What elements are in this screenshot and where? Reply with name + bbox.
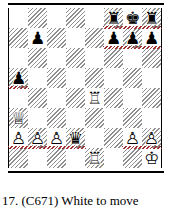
square-h5	[142, 68, 161, 88]
piece-black-pawn: ♟♟	[142, 28, 161, 48]
square-c7	[47, 28, 66, 48]
square-g8: ♚♚	[123, 8, 142, 28]
square-f4	[104, 88, 123, 108]
square-c6	[47, 48, 66, 68]
square-c2: ♟♙	[47, 128, 66, 148]
piece-glyph: ♙	[30, 128, 45, 148]
piece-black-queen: ♛♛	[66, 128, 85, 148]
diagram-caption: 17. (C671) White to move	[2, 193, 139, 209]
square-f7: ♟♟	[104, 28, 123, 48]
square-a3: ♛♕	[9, 108, 28, 128]
piece-white-pawn: ♟♙	[142, 128, 161, 148]
piece-black-pawn: ♟♟	[123, 28, 142, 48]
square-h4	[142, 88, 161, 108]
square-h2: ♟♙	[142, 128, 161, 148]
square-e6	[85, 48, 104, 68]
square-b6	[28, 48, 47, 68]
square-a2: ♟♙	[9, 128, 28, 148]
square-e8	[85, 8, 104, 28]
square-h6	[142, 48, 161, 68]
piece-black-king: ♚♚	[123, 8, 142, 28]
piece-white-queen: ♛♕	[9, 108, 28, 128]
piece-white-pawn: ♟♙	[28, 128, 47, 148]
piece-black-pawn: ♟♟	[104, 28, 123, 48]
square-h1: ♚♔	[142, 148, 161, 168]
square-a4	[9, 88, 28, 108]
square-e5	[85, 68, 104, 88]
piece-glyph: ♜	[144, 8, 159, 28]
piece-black-pawn: ♟♟	[9, 68, 28, 88]
square-f6	[104, 48, 123, 68]
piece-glyph: ♙	[49, 128, 64, 148]
piece-glyph: ♖	[87, 148, 102, 168]
piece-white-rook: ♜♖	[85, 148, 104, 168]
square-c3	[47, 108, 66, 128]
piece-glyph: ♙	[125, 128, 140, 148]
piece-glyph: ♟	[11, 68, 26, 88]
piece-white-rook: ♜♖	[85, 88, 104, 108]
piece-glyph: ♙	[144, 128, 159, 148]
square-a5: ♟♟	[9, 68, 28, 88]
piece-glyph: ♕	[11, 108, 26, 128]
square-g5	[123, 68, 142, 88]
square-g6	[123, 48, 142, 68]
square-d7	[66, 28, 85, 48]
square-e2	[85, 128, 104, 148]
square-h8: ♜♜	[142, 8, 161, 28]
piece-glyph: ♖	[87, 88, 102, 108]
square-e4: ♜♖	[85, 88, 104, 108]
square-g1	[123, 148, 142, 168]
square-c1	[47, 148, 66, 168]
square-f8: ♜♜	[104, 8, 123, 28]
piece-glyph: ♟	[144, 28, 159, 48]
piece-glyph: ♟	[125, 28, 140, 48]
square-b3	[28, 108, 47, 128]
square-d4	[66, 88, 85, 108]
board-top-border	[8, 3, 164, 5]
square-d8	[66, 8, 85, 28]
piece-white-king: ♚♔	[142, 148, 161, 168]
piece-white-pawn: ♟♙	[47, 128, 66, 148]
square-c5	[47, 68, 66, 88]
square-d5	[66, 68, 85, 88]
square-g7: ♟♟	[123, 28, 142, 48]
piece-glyph: ♙	[11, 128, 26, 148]
square-a7	[9, 28, 28, 48]
square-a8	[9, 8, 28, 28]
piece-white-pawn: ♟♙	[123, 128, 142, 148]
square-f5	[104, 68, 123, 88]
square-b5	[28, 68, 47, 88]
piece-glyph: ♛	[68, 128, 83, 148]
square-b4	[28, 88, 47, 108]
chess-puzzle-diagram: ♜♜♚♚♜♜♟♟♟♟♟♟♟♟♟♟♜♖♛♕♟♙♟♙♟♙♛♛♟♙♟♙♜♖♚♔ 17.…	[0, 0, 169, 214]
square-b8	[28, 8, 47, 28]
square-g2: ♟♙	[123, 128, 142, 148]
square-b7: ♟♟	[28, 28, 47, 48]
square-f3	[104, 108, 123, 128]
square-f2	[104, 128, 123, 148]
chess-board: ♜♜♚♚♜♜♟♟♟♟♟♟♟♟♟♟♜♖♛♕♟♙♟♙♟♙♛♛♟♙♟♙♜♖♚♔	[8, 8, 162, 168]
piece-black-rook: ♜♜	[142, 8, 161, 28]
square-d3	[66, 108, 85, 128]
square-b2: ♟♙	[28, 128, 47, 148]
square-e1: ♜♖	[85, 148, 104, 168]
square-g3	[123, 108, 142, 128]
square-d6	[66, 48, 85, 68]
piece-glyph: ♟	[106, 28, 121, 48]
board-bottom-border	[8, 171, 164, 173]
piece-black-pawn: ♟♟	[28, 28, 47, 48]
piece-glyph: ♚	[125, 8, 140, 28]
square-f1	[104, 148, 123, 168]
square-e3	[85, 108, 104, 128]
square-a6	[9, 48, 28, 68]
square-d1	[66, 148, 85, 168]
piece-glyph: ♜	[106, 8, 121, 28]
piece-black-rook: ♜♜	[104, 8, 123, 28]
square-a1	[9, 148, 28, 168]
piece-glyph: ♔	[144, 148, 159, 168]
square-c4	[47, 88, 66, 108]
piece-white-pawn: ♟♙	[9, 128, 28, 148]
square-h3	[142, 108, 161, 128]
square-h7: ♟♟	[142, 28, 161, 48]
square-e7	[85, 28, 104, 48]
piece-glyph: ♟	[30, 28, 45, 48]
square-d2: ♛♛	[66, 128, 85, 148]
square-b1	[28, 148, 47, 168]
square-c8	[47, 8, 66, 28]
square-g4	[123, 88, 142, 108]
